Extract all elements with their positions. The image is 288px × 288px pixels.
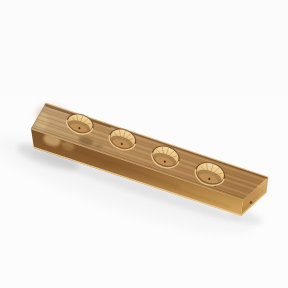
wooden-candle-holder-photo — [0, 0, 288, 288]
product-photo-stage — [0, 0, 288, 288]
background-top-wash — [0, 0, 288, 96]
end-face-knot-dot — [250, 201, 253, 204]
